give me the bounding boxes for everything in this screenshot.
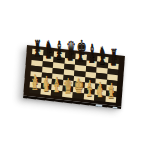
square-f1: ♝ [83,94,94,101]
black-rook: ♜ [33,38,42,53]
black-bishop: ♝ [87,42,96,60]
latch-icon [96,104,103,107]
black-knight: ♞ [44,38,53,55]
black-queen: ♛ [66,38,75,58]
latch-icon [112,107,117,109]
square-e1: ♚ [72,92,83,99]
square-a1: ♜ [29,88,40,95]
square-c1: ♝ [51,90,62,97]
square-h1: ♜ [105,96,116,103]
chess-board: ♜♞♝♛♚♝♞♜♟♟♟♟♟♟♟♟♟♟♟♟♟♟♟♟♜♞♝♛♚♝♞♜ [23,45,125,109]
black-king: ♚ [77,38,86,59]
black-knight: ♞ [98,44,107,61]
chess-set-photo: ♜♞♝♛♚♝♞♜♟♟♟♟♟♟♟♟♟♟♟♟♟♟♟♟♜♞♝♛♚♝♞♜ [0,0,150,150]
square-d1: ♛ [62,91,73,98]
square-b1: ♞ [40,89,51,96]
black-bishop: ♝ [55,38,64,56]
board-grid: ♜♞♝♛♚♝♞♜♟♟♟♟♟♟♟♟♟♟♟♟♟♟♟♟♜♞♝♛♚♝♞♜ [29,49,119,103]
square-g1: ♞ [94,95,105,102]
black-rook: ♜ [109,47,118,62]
